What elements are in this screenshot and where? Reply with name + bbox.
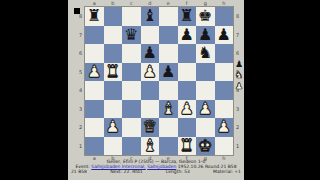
square-h2[interactable]: ♟ [215, 118, 234, 137]
square-d2[interactable]: ♛ [141, 118, 160, 137]
square-g3[interactable]: ♟ [196, 100, 215, 119]
square-e4[interactable] [159, 81, 178, 100]
square-e1[interactable] [159, 137, 178, 156]
square-c3[interactable] [122, 100, 141, 119]
black-p-piece: ♟ [143, 45, 157, 61]
chess-panel: abcdefgh 87654321 ♜♝♜♚♛♟♟♟♟♞♟♜♟♟♝♟♟♟♛♟♝♜… [68, 0, 244, 180]
white-k-piece: ♚ [198, 138, 212, 154]
square-e5[interactable]: ♟ [159, 63, 178, 82]
square-g5[interactable] [196, 63, 215, 82]
square-c4[interactable] [122, 81, 141, 100]
black-r-piece: ♜ [87, 8, 101, 24]
square-h6[interactable] [215, 44, 234, 63]
square-e2[interactable] [159, 118, 178, 137]
white-b-piece: ♝ [143, 138, 157, 154]
square-e7[interactable] [159, 26, 178, 45]
square-g4[interactable] [196, 81, 215, 100]
event-line: Event: Saltsjobaden Interzonal, Saltsjob… [68, 164, 244, 169]
rank-label-1: 1 [235, 137, 240, 156]
square-d7[interactable] [141, 26, 160, 45]
rank-label-8: 8 [78, 7, 83, 26]
black-n-piece: ♞ [198, 45, 212, 61]
move-eco: 21 B58 [71, 169, 87, 174]
white-p-piece: ♟ [217, 119, 231, 135]
rank-labels-left: 87654321 [78, 7, 83, 155]
square-g7[interactable]: ♟ [196, 26, 215, 45]
square-b6[interactable] [104, 44, 123, 63]
white-p-piece: ♟ [87, 64, 101, 80]
square-c6[interactable] [122, 44, 141, 63]
square-f7[interactable]: ♟ [178, 26, 197, 45]
square-h5[interactable] [215, 63, 234, 82]
file-label-g: g [196, 1, 215, 6]
square-a2[interactable] [85, 118, 104, 137]
square-f6[interactable] [178, 44, 197, 63]
square-d1[interactable]: ♝ [141, 137, 160, 156]
square-d6[interactable]: ♟ [141, 44, 160, 63]
square-b2[interactable]: ♟ [104, 118, 123, 137]
black-p-piece: ♟ [198, 27, 212, 43]
black-p-piece: ♟ [161, 64, 175, 80]
square-c5[interactable] [122, 63, 141, 82]
square-f3[interactable]: ♟ [178, 100, 197, 119]
black-r-piece: ♜ [180, 8, 194, 24]
chess-board: ♜♝♜♚♛♟♟♟♟♞♟♜♟♟♝♟♟♟♛♟♝♜♚ [85, 7, 233, 155]
square-c8[interactable] [122, 7, 141, 26]
rank-label-5: 5 [78, 63, 83, 82]
white-p-piece: ♟ [106, 119, 120, 135]
square-f8[interactable]: ♜ [178, 7, 197, 26]
square-e8[interactable] [159, 7, 178, 26]
rank-label-4: 4 [78, 81, 83, 100]
white-q-piece: ♛ [143, 119, 157, 135]
square-g1[interactable]: ♚ [196, 137, 215, 156]
square-a7[interactable] [85, 26, 104, 45]
square-b1[interactable] [104, 137, 123, 156]
captured-pieces-tray: ♟♞♟ [233, 59, 245, 91]
square-h1[interactable] [215, 137, 234, 156]
square-f4[interactable] [178, 81, 197, 100]
file-label-a: a [85, 1, 104, 6]
square-g2[interactable] [196, 118, 215, 137]
white-p-piece: ♟ [143, 64, 157, 80]
event-date-round: 1952.10.26 Round 21 B58 [176, 164, 236, 169]
black-p-piece: ♟ [180, 27, 194, 43]
square-g6[interactable]: ♞ [196, 44, 215, 63]
black-q-piece: ♛ [124, 27, 138, 43]
white-r-piece: ♜ [106, 64, 120, 80]
square-d4[interactable] [141, 81, 160, 100]
rank-label-3: 3 [235, 100, 240, 119]
square-a5[interactable]: ♟ [85, 63, 104, 82]
square-a4[interactable] [85, 81, 104, 100]
square-d3[interactable] [141, 100, 160, 119]
square-c7[interactable]: ♛ [122, 26, 141, 45]
rank-label-3: 3 [78, 100, 83, 119]
file-label-b: b [104, 1, 123, 6]
file-label-c: c [122, 1, 141, 6]
square-h8[interactable] [215, 7, 234, 26]
white-p-piece: ♟ [198, 101, 212, 117]
file-label-e: e [159, 1, 178, 6]
next-move: Next: 22. Rfd1 [110, 169, 142, 174]
event-label: Event: [75, 164, 91, 169]
square-f1[interactable]: ♜ [178, 137, 197, 156]
square-e3[interactable]: ♝ [159, 100, 178, 119]
square-g8[interactable]: ♚ [196, 7, 215, 26]
captured-white-p-icon: ♟ [235, 81, 243, 92]
square-b4[interactable] [104, 81, 123, 100]
event-link[interactable]: Saltsjobaden Interzonal, [91, 164, 145, 169]
rank-label-7: 7 [78, 26, 83, 45]
black-p-piece: ♟ [217, 27, 231, 43]
white-r-piece: ♜ [180, 138, 194, 154]
file-label-f: f [178, 1, 197, 6]
white-p-piece: ♟ [180, 101, 194, 117]
black-b-piece: ♝ [143, 8, 157, 24]
square-h3[interactable] [215, 100, 234, 119]
rank-label-8: 8 [235, 7, 240, 26]
rank-label-2: 2 [78, 118, 83, 137]
square-d8[interactable]: ♝ [141, 7, 160, 26]
rank-label-2: 2 [235, 118, 240, 137]
video-frame: abcdefgh 87654321 ♜♝♜♚♛♟♟♟♟♞♟♜♟♟♝♟♟♟♛♟♝♜… [0, 0, 320, 180]
square-h7[interactable]: ♟ [215, 26, 234, 45]
rank-label-7: 7 [235, 26, 240, 45]
square-h4[interactable] [215, 81, 234, 100]
rank-label-6: 6 [78, 44, 83, 63]
file-label-d: d [141, 1, 160, 6]
square-a1[interactable] [85, 137, 104, 156]
square-a8[interactable]: ♜ [85, 7, 104, 26]
captured-white-n-icon: ♞ [235, 70, 243, 81]
square-f5[interactable] [178, 63, 197, 82]
game-length: Length: 53 [166, 169, 190, 174]
black-k-piece: ♚ [198, 8, 212, 24]
site-link[interactable]: Saltsjobaden [147, 164, 176, 169]
material-balance: Material: +1 [213, 169, 241, 174]
square-b8[interactable] [104, 7, 123, 26]
square-b5[interactable]: ♜ [104, 63, 123, 82]
square-c1[interactable] [122, 137, 141, 156]
square-f2[interactable] [178, 118, 197, 137]
square-c2[interactable] [122, 118, 141, 137]
white-b-piece: ♝ [161, 101, 175, 117]
square-b3[interactable] [104, 100, 123, 119]
game-meta-line: 21 B58 Next: 22. Rfd1 Length: 53 Materia… [68, 169, 244, 174]
rank-label-1: 1 [78, 137, 83, 156]
file-label-h: h [215, 1, 234, 6]
captured-black-p-icon: ♟ [235, 59, 243, 70]
square-a3[interactable] [85, 100, 104, 119]
square-d5[interactable]: ♟ [141, 63, 160, 82]
square-e6[interactable] [159, 44, 178, 63]
square-a6[interactable] [85, 44, 104, 63]
square-b7[interactable] [104, 26, 123, 45]
file-labels-top: abcdefgh [85, 1, 233, 6]
